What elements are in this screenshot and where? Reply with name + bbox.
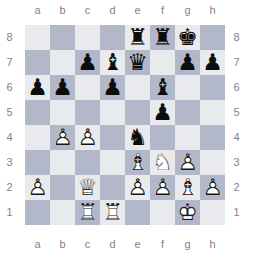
black-bishop: ♝ xyxy=(150,75,175,100)
white-pawn: ♟♙ xyxy=(25,175,50,200)
rank-label-right-5: 5 xyxy=(227,100,246,125)
chess-board: ♜♜♚♟♝♛♟♟♟♟♟♝♟♟♙♟♙♞♝♗♞♘♟♙♟♙♛♕♟♙♟♙♝♗♟♙♜♖♜♖… xyxy=(25,25,225,225)
rank-label-left-2: 2 xyxy=(0,175,19,200)
square-f4[interactable] xyxy=(150,125,175,150)
square-c7[interactable]: ♟ xyxy=(75,50,100,75)
square-b1[interactable] xyxy=(50,200,75,225)
file-label-bottom-d: d xyxy=(100,236,125,252)
file-labels-top: abcdefgh xyxy=(25,0,225,20)
file-label-top-f: f xyxy=(150,0,175,20)
square-d8[interactable] xyxy=(100,25,125,50)
file-labels-bottom: abcdefgh xyxy=(25,236,225,252)
square-a1[interactable] xyxy=(25,200,50,225)
black-pawn: ♟ xyxy=(150,100,175,125)
square-c8[interactable] xyxy=(75,25,100,50)
rank-label-left-7: 7 xyxy=(0,50,19,75)
rank-label-right-1: 1 xyxy=(227,200,246,225)
square-f2[interactable]: ♟♙ xyxy=(150,175,175,200)
file-label-bottom-g: g xyxy=(175,236,200,252)
file-label-top-h: h xyxy=(200,0,225,20)
black-pawn: ♟ xyxy=(25,75,50,100)
square-g3[interactable]: ♟♙ xyxy=(175,150,200,175)
rank-label-right-3: 3 xyxy=(227,150,246,175)
square-e1[interactable] xyxy=(125,200,150,225)
white-rook: ♜♖ xyxy=(75,200,100,225)
file-label-bottom-f: f xyxy=(150,236,175,252)
file-label-top-e: e xyxy=(125,0,150,20)
white-bishop: ♝♗ xyxy=(125,150,150,175)
file-label-bottom-a: a xyxy=(25,236,50,252)
square-e8[interactable]: ♜ xyxy=(125,25,150,50)
square-e5[interactable] xyxy=(125,100,150,125)
square-b6[interactable]: ♟ xyxy=(50,75,75,100)
square-c3[interactable] xyxy=(75,150,100,175)
file-label-top-a: a xyxy=(25,0,50,20)
square-d1[interactable]: ♜♖ xyxy=(100,200,125,225)
white-bishop: ♝♗ xyxy=(175,175,200,200)
square-g4[interactable] xyxy=(175,125,200,150)
rank-label-left-8: 8 xyxy=(0,25,19,50)
square-h8[interactable] xyxy=(200,25,225,50)
rank-label-right-4: 4 xyxy=(227,125,246,150)
white-pawn: ♟♙ xyxy=(150,175,175,200)
black-pawn: ♟ xyxy=(75,50,100,75)
square-c5[interactable] xyxy=(75,100,100,125)
square-e2[interactable]: ♟♙ xyxy=(125,175,150,200)
square-h7[interactable]: ♟ xyxy=(200,50,225,75)
square-d7[interactable]: ♝ xyxy=(100,50,125,75)
black-queen: ♛ xyxy=(125,50,150,75)
square-c1[interactable]: ♜♖ xyxy=(75,200,100,225)
black-knight: ♞ xyxy=(125,125,150,150)
black-pawn: ♟ xyxy=(175,50,200,75)
rank-labels-right: 87654321 xyxy=(227,25,246,225)
square-g2[interactable]: ♝♗ xyxy=(175,175,200,200)
square-g8[interactable]: ♚ xyxy=(175,25,200,50)
square-f3[interactable]: ♞♘ xyxy=(150,150,175,175)
square-g1[interactable]: ♚♔ xyxy=(175,200,200,225)
rank-label-left-6: 6 xyxy=(0,75,19,100)
black-rook: ♜ xyxy=(125,25,150,50)
square-a5[interactable] xyxy=(25,100,50,125)
rank-label-right-2: 2 xyxy=(227,175,246,200)
square-g5[interactable] xyxy=(175,100,200,125)
black-bishop: ♝ xyxy=(100,50,125,75)
white-king: ♚♔ xyxy=(175,200,200,225)
white-pawn: ♟♙ xyxy=(50,125,75,150)
rank-label-right-6: 6 xyxy=(227,75,246,100)
black-pawn: ♟ xyxy=(50,75,75,100)
file-label-bottom-h: h xyxy=(200,236,225,252)
rank-label-right-7: 7 xyxy=(227,50,246,75)
square-d5[interactable] xyxy=(100,100,125,125)
square-b3[interactable] xyxy=(50,150,75,175)
rank-label-right-8: 8 xyxy=(227,25,246,50)
square-b2[interactable] xyxy=(50,175,75,200)
square-b8[interactable] xyxy=(50,25,75,50)
black-pawn: ♟ xyxy=(100,75,125,100)
square-c4[interactable]: ♟♙ xyxy=(75,125,100,150)
square-h6[interactable] xyxy=(200,75,225,100)
file-label-bottom-b: b xyxy=(50,236,75,252)
white-pawn: ♟♙ xyxy=(75,125,100,150)
square-d6[interactable]: ♟ xyxy=(100,75,125,100)
file-label-top-c: c xyxy=(75,0,100,20)
square-g6[interactable] xyxy=(175,75,200,100)
square-b5[interactable] xyxy=(50,100,75,125)
square-a4[interactable] xyxy=(25,125,50,150)
square-g7[interactable]: ♟ xyxy=(175,50,200,75)
square-f1[interactable] xyxy=(150,200,175,225)
square-a3[interactable] xyxy=(25,150,50,175)
file-label-bottom-c: c xyxy=(75,236,100,252)
square-h4[interactable] xyxy=(200,125,225,150)
rank-label-left-3: 3 xyxy=(0,150,19,175)
white-pawn: ♟♙ xyxy=(175,150,200,175)
square-h2[interactable]: ♟♙ xyxy=(200,175,225,200)
square-c2[interactable]: ♛♕ xyxy=(75,175,100,200)
square-h3[interactable] xyxy=(200,150,225,175)
square-h5[interactable] xyxy=(200,100,225,125)
square-b7[interactable] xyxy=(50,50,75,75)
square-a8[interactable] xyxy=(25,25,50,50)
square-b4[interactable]: ♟♙ xyxy=(50,125,75,150)
square-a2[interactable]: ♟♙ xyxy=(25,175,50,200)
white-pawn: ♟♙ xyxy=(125,175,150,200)
file-label-top-d: d xyxy=(100,0,125,20)
square-a7[interactable] xyxy=(25,50,50,75)
chess-diagram: abcdefgh 87654321 ♜♜♚♟♝♛♟♟♟♟♟♝♟♟♙♟♙♞♝♗♞♘… xyxy=(0,0,255,253)
square-f7[interactable] xyxy=(150,50,175,75)
square-a6[interactable]: ♟ xyxy=(25,75,50,100)
rank-labels-left: 87654321 xyxy=(0,25,19,225)
square-d2[interactable] xyxy=(100,175,125,200)
black-king: ♚ xyxy=(175,25,200,50)
square-e6[interactable] xyxy=(125,75,150,100)
white-rook: ♜♖ xyxy=(100,200,125,225)
rank-label-left-4: 4 xyxy=(0,125,19,150)
square-f6[interactable]: ♝ xyxy=(150,75,175,100)
white-queen: ♛♕ xyxy=(75,175,100,200)
white-knight: ♞♘ xyxy=(150,150,175,175)
file-label-top-b: b xyxy=(50,0,75,20)
square-e4[interactable]: ♞ xyxy=(125,125,150,150)
square-d4[interactable] xyxy=(100,125,125,150)
rank-label-left-5: 5 xyxy=(0,100,19,125)
square-f8[interactable]: ♜ xyxy=(150,25,175,50)
square-d3[interactable] xyxy=(100,150,125,175)
white-pawn: ♟♙ xyxy=(200,175,225,200)
square-h1[interactable] xyxy=(200,200,225,225)
black-pawn: ♟ xyxy=(200,50,225,75)
rank-label-left-1: 1 xyxy=(0,200,19,225)
square-c6[interactable] xyxy=(75,75,100,100)
square-f5[interactable]: ♟ xyxy=(150,100,175,125)
file-label-top-g: g xyxy=(175,0,200,20)
file-label-bottom-e: e xyxy=(125,236,150,252)
black-rook: ♜ xyxy=(150,25,175,50)
square-e7[interactable]: ♛ xyxy=(125,50,150,75)
square-e3[interactable]: ♝♗ xyxy=(125,150,150,175)
